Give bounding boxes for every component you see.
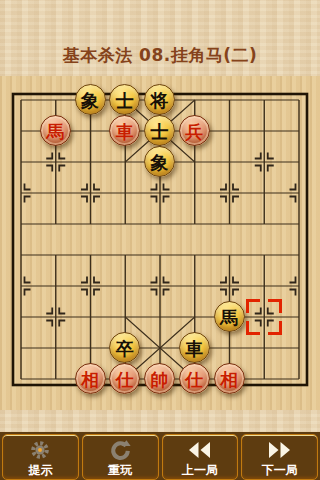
piece-相[interactable]: 相 bbox=[75, 363, 106, 394]
piece-将[interactable]: 将 bbox=[144, 84, 175, 115]
previous-game-button-label: 上一局 bbox=[182, 462, 218, 478]
replay-button-label: 重玩 bbox=[108, 462, 132, 478]
page-title: 基本杀法 08.挂角马(二) bbox=[0, 44, 320, 66]
piece-象[interactable]: 象 bbox=[75, 84, 106, 115]
hint-button[interactable]: 提示 bbox=[2, 434, 79, 480]
piece-馬[interactable]: 馬 bbox=[40, 115, 71, 146]
piece-兵[interactable]: 兵 bbox=[179, 115, 210, 146]
xiangqi-board[interactable]: 象士将馬車士兵象馬卒車相仕帥仕相 bbox=[0, 76, 320, 410]
next-game-button[interactable]: 下一局 bbox=[241, 434, 318, 480]
bottom-toolbar: 提示 重玩 上一局 下一局 bbox=[0, 432, 320, 480]
replay-button[interactable]: 重玩 bbox=[82, 434, 159, 480]
piece-象[interactable]: 象 bbox=[144, 146, 175, 177]
previous-game-button[interactable]: 上一局 bbox=[162, 434, 239, 480]
piece-士[interactable]: 士 bbox=[144, 115, 175, 146]
piece-馬[interactable]: 馬 bbox=[214, 301, 245, 332]
next-game-button-label: 下一局 bbox=[262, 462, 298, 478]
piece-相[interactable]: 相 bbox=[214, 363, 245, 394]
hint-button-label: 提示 bbox=[28, 462, 52, 478]
selection-bracket-icon bbox=[246, 299, 282, 335]
replay-icon bbox=[109, 438, 132, 462]
fast-forward-icon bbox=[266, 438, 293, 462]
gear-icon bbox=[29, 438, 51, 462]
piece-車[interactable]: 車 bbox=[179, 332, 210, 363]
piece-仕[interactable]: 仕 bbox=[179, 363, 210, 394]
piece-帥[interactable]: 帥 bbox=[144, 363, 175, 394]
rewind-icon bbox=[186, 438, 213, 462]
